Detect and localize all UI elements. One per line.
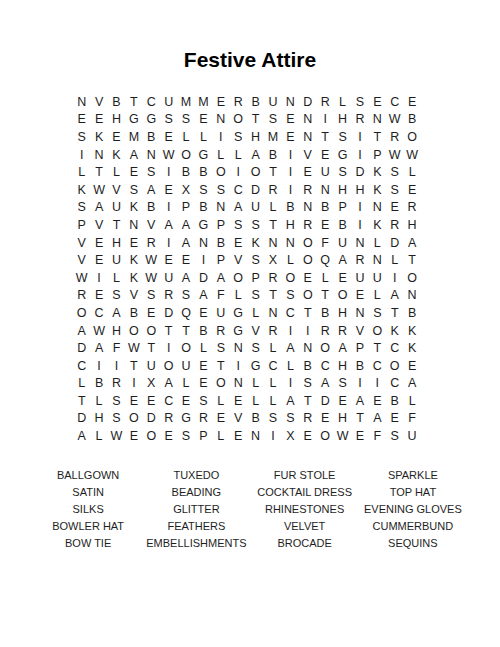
grid-cell: T — [299, 304, 316, 322]
grid-cell: O — [125, 410, 142, 428]
grid-cell: B — [316, 199, 333, 217]
grid-cell: N — [299, 111, 316, 129]
grid-cell: E — [160, 181, 177, 199]
grid-cell: S — [282, 410, 299, 428]
grid-cell: E — [282, 111, 299, 129]
grid-cell: E — [143, 304, 160, 322]
grid-cell: A — [143, 181, 160, 199]
word-list-item: VELVET — [251, 518, 359, 535]
grid-cell: N — [369, 111, 386, 129]
grid-cell: B — [247, 410, 264, 428]
grid-cell: D — [351, 163, 368, 181]
grid-cell: E — [369, 93, 386, 111]
grid-cell: S — [230, 216, 247, 234]
grid-cell: E — [316, 410, 333, 428]
grid-cell: X — [282, 427, 299, 445]
grid-cell: T — [73, 392, 90, 410]
grid-cell: R — [386, 216, 403, 234]
grid-cell: B — [143, 128, 160, 146]
grid-cell: N — [369, 251, 386, 269]
word-list-column: BALLGOWNSATINSILKSBOWLER HATBOW TIE — [34, 467, 142, 552]
grid-cell: H — [334, 357, 351, 375]
grid-cell: N — [264, 234, 281, 252]
grid-cell: P — [212, 216, 229, 234]
grid-cell: R — [160, 287, 177, 305]
grid-cell: B — [247, 93, 264, 111]
grid-cell: B — [334, 216, 351, 234]
grid-cell: M — [195, 93, 212, 111]
grid-cell: S — [264, 111, 281, 129]
grid-cell: I — [316, 111, 333, 129]
grid-cell: K — [403, 339, 420, 357]
grid-cell: U — [143, 357, 160, 375]
grid-cell: R — [299, 181, 316, 199]
grid-cell: D — [316, 392, 333, 410]
word-list-column: FUR STOLECOCKTAIL DRESSRHINESTONESVELVET… — [251, 467, 359, 552]
grid-cell: I — [369, 375, 386, 393]
grid-cell: A — [212, 269, 229, 287]
grid-cell: T — [299, 392, 316, 410]
grid-cell: A — [230, 199, 247, 217]
grid-cell: C — [90, 304, 107, 322]
grid-cell: W — [125, 339, 142, 357]
grid-cell: U — [403, 427, 420, 445]
grid-cell: S — [177, 427, 194, 445]
grid-cell: A — [177, 216, 194, 234]
grid-cell: R — [143, 234, 160, 252]
grid-cell: A — [369, 410, 386, 428]
grid-cell: E — [299, 269, 316, 287]
grid-cell: G — [195, 146, 212, 164]
grid-cell: B — [282, 199, 299, 217]
grid-cell: E — [125, 427, 142, 445]
grid-cell: D — [195, 269, 212, 287]
grid-cell: I — [351, 216, 368, 234]
grid-cell: I — [73, 146, 90, 164]
grid-cell: W — [108, 427, 125, 445]
grid-cell: A — [351, 392, 368, 410]
grid-cell: V — [230, 251, 247, 269]
grid-cell: I — [160, 339, 177, 357]
grid-cell: I — [90, 269, 107, 287]
grid-cell: C — [73, 357, 90, 375]
grid-cell: L — [90, 392, 107, 410]
grid-cell: I — [351, 128, 368, 146]
grid-cell: S — [386, 163, 403, 181]
grid-cell: H — [334, 111, 351, 129]
grid-cell: R — [230, 93, 247, 111]
grid-cell: S — [195, 392, 212, 410]
grid-cell: W — [143, 269, 160, 287]
grid-cell: S — [247, 251, 264, 269]
grid-cell: K — [125, 199, 142, 217]
grid-cell: R — [299, 410, 316, 428]
grid-cell: R — [160, 410, 177, 428]
grid-cell: I — [125, 375, 142, 393]
grid-cell: E — [143, 392, 160, 410]
grid-cell: A — [195, 287, 212, 305]
grid-cell: L — [282, 357, 299, 375]
grid-cell: U — [247, 199, 264, 217]
grid-cell: L — [195, 128, 212, 146]
grid-cell: S — [195, 181, 212, 199]
grid-cell: E — [108, 128, 125, 146]
grid-cell: B — [90, 375, 107, 393]
grid-cell: L — [334, 93, 351, 111]
grid-cell: C — [369, 357, 386, 375]
grid-cell: E — [386, 199, 403, 217]
grid-cell: X — [177, 181, 194, 199]
grid-cell: A — [247, 146, 264, 164]
grid-cell: K — [247, 234, 264, 252]
grid-cell: X — [264, 251, 281, 269]
grid-cell: E — [125, 163, 142, 181]
grid-cell: O — [403, 269, 420, 287]
grid-cell: N — [73, 93, 90, 111]
grid-cell: H — [108, 234, 125, 252]
grid-cell: O — [247, 163, 264, 181]
grid-cell: R — [108, 375, 125, 393]
grid-cell: S — [247, 216, 264, 234]
grid-cell: U — [316, 163, 333, 181]
grid-cell: I — [160, 234, 177, 252]
grid-cell: T — [125, 93, 142, 111]
grid-cell: W — [90, 181, 107, 199]
grid-cell: L — [264, 375, 281, 393]
grid-cell: C — [386, 375, 403, 393]
grid-cell: E — [351, 427, 368, 445]
grid-cell: B — [195, 322, 212, 340]
grid-cell: U — [177, 357, 194, 375]
word-list-item: EMBELLISHMENTS — [142, 535, 250, 552]
grid-cell: X — [143, 375, 160, 393]
grid-cell: R — [195, 410, 212, 428]
grid-cell: A — [160, 216, 177, 234]
grid-cell: B — [299, 357, 316, 375]
grid-cell: S — [247, 339, 264, 357]
grid-cell: E — [334, 269, 351, 287]
grid-cell: E — [160, 251, 177, 269]
word-list-column: SPARKLETOP HATEVENING GLOVESCUMMERBUNDSE… — [359, 467, 467, 552]
grid-cell: E — [195, 375, 212, 393]
grid-cell: S — [369, 304, 386, 322]
grid-cell: H — [282, 216, 299, 234]
grid-cell: B — [108, 93, 125, 111]
grid-cell: I — [282, 181, 299, 199]
grid-cell: C — [386, 339, 403, 357]
word-list-item: SILKS — [34, 501, 142, 518]
grid-cell: R — [299, 216, 316, 234]
grid-cell: P — [369, 146, 386, 164]
grid-cell: E — [334, 392, 351, 410]
grid-cell: B — [177, 163, 194, 181]
grid-cell: E — [177, 251, 194, 269]
grid-cell: E — [230, 234, 247, 252]
grid-cell: T — [403, 251, 420, 269]
grid-cell: W — [90, 322, 107, 340]
grid-cell: E — [386, 410, 403, 428]
grid-cell: A — [282, 392, 299, 410]
grid-cell: T — [125, 357, 142, 375]
grid-cell: I — [282, 146, 299, 164]
grid-cell: P — [73, 216, 90, 234]
grid-cell: E — [316, 146, 333, 164]
grid-cell: L — [369, 287, 386, 305]
grid-cell: K — [90, 128, 107, 146]
word-list-item: FEATHERS — [142, 518, 250, 535]
grid-cell: L — [316, 269, 333, 287]
grid-cell: C — [143, 93, 160, 111]
grid-cell: T — [264, 287, 281, 305]
grid-cell: O — [143, 322, 160, 340]
grid-cell: N — [230, 375, 247, 393]
grid-cell: F — [403, 410, 420, 428]
grid-cell: U — [351, 269, 368, 287]
grid-cell: E — [351, 287, 368, 305]
grid-cell: U — [160, 269, 177, 287]
grid-cell: L — [264, 392, 281, 410]
grid-cell: S — [177, 287, 194, 305]
grid-cell: S — [351, 93, 368, 111]
word-list-item: FUR STOLE — [251, 467, 359, 484]
word-search-page: Festive Attire NVBTCUMMERBUNDRLSECEEEHGG… — [0, 0, 500, 647]
grid-cell: N — [403, 287, 420, 305]
word-list-item: SEQUINS — [359, 535, 467, 552]
grid-cell: E — [160, 128, 177, 146]
grid-cell: I — [386, 269, 403, 287]
grid-cell: R — [316, 322, 333, 340]
grid-cell: I — [299, 322, 316, 340]
grid-cell: H — [334, 181, 351, 199]
grid-cell: D — [143, 410, 160, 428]
grid-cell: K — [369, 181, 386, 199]
grid-cell: U — [108, 199, 125, 217]
grid-cell: C — [386, 93, 403, 111]
grid-cell: H — [90, 410, 107, 428]
grid-cell: G — [177, 410, 194, 428]
word-list-item: BEADING — [142, 484, 250, 501]
grid-cell: K — [369, 216, 386, 234]
grid-cell: L — [90, 427, 107, 445]
grid-cell: S — [73, 199, 90, 217]
grid-cell: N — [351, 234, 368, 252]
grid-cell: L — [108, 269, 125, 287]
grid-cell: S — [143, 163, 160, 181]
word-list-item: BROCADE — [251, 535, 359, 552]
grid-cell: E — [316, 216, 333, 234]
grid-cell: B — [264, 146, 281, 164]
grid-cell: O — [73, 304, 90, 322]
grid-cell: N — [282, 234, 299, 252]
grid-cell: K — [125, 251, 142, 269]
grid-cell: H — [351, 181, 368, 199]
grid-cell: A — [282, 339, 299, 357]
grid-cell: E — [195, 111, 212, 129]
grid-cell: S — [247, 287, 264, 305]
grid-cell: E — [125, 392, 142, 410]
grid-cell: T — [143, 339, 160, 357]
grid-cell: B — [403, 111, 420, 129]
grid-cell: O — [299, 251, 316, 269]
word-list-item: CUMMERBUND — [359, 518, 467, 535]
grid-cell: D — [73, 339, 90, 357]
grid-cell: E — [195, 357, 212, 375]
grid-cell: N — [212, 199, 229, 217]
grid-cell: O — [334, 287, 351, 305]
grid-cell: A — [90, 339, 107, 357]
grid-cell: A — [73, 322, 90, 340]
word-list-item: GLITTER — [142, 501, 250, 518]
grid-cell: U — [369, 269, 386, 287]
grid-cell: N — [282, 93, 299, 111]
grid-cell: U — [212, 304, 229, 322]
grid-cell: F — [108, 339, 125, 357]
grid-cell: E — [90, 287, 107, 305]
word-list-item: SPARKLE — [359, 467, 467, 484]
grid-cell: L — [369, 234, 386, 252]
grid-cell: E — [177, 392, 194, 410]
grid-cell: N — [212, 111, 229, 129]
grid-cell: H — [247, 128, 264, 146]
grid-cell: N — [316, 181, 333, 199]
grid-cell: K — [403, 322, 420, 340]
grid-cell: I — [108, 357, 125, 375]
grid-cell: H — [403, 216, 420, 234]
grid-cell: E — [299, 163, 316, 181]
grid-cell: E — [403, 93, 420, 111]
grid-cell: U — [108, 251, 125, 269]
grid-cell: R — [351, 111, 368, 129]
grid-cell: L — [230, 146, 247, 164]
grid-cell: T — [369, 128, 386, 146]
grid-cell: L — [247, 392, 264, 410]
grid-cell: T — [264, 163, 281, 181]
grid-cell: R — [334, 322, 351, 340]
grid-cell: E — [212, 410, 229, 428]
grid-cell: K — [125, 269, 142, 287]
grid-cell: N — [299, 339, 316, 357]
grid-cell: H — [108, 322, 125, 340]
grid-cell: S — [160, 111, 177, 129]
grid-cell: L — [403, 163, 420, 181]
grid-cell: M — [264, 128, 281, 146]
word-list-item: TUXEDO — [142, 467, 250, 484]
grid-cell: R — [212, 322, 229, 340]
grid-cell: L — [212, 392, 229, 410]
grid-cell: I — [264, 427, 281, 445]
grid-cell: N — [125, 216, 142, 234]
grid-cell: N — [369, 199, 386, 217]
grid-cell: S — [73, 128, 90, 146]
grid-cell: O — [212, 163, 229, 181]
grid-cell: G — [143, 111, 160, 129]
word-list-item: BOWLER HAT — [34, 518, 142, 535]
grid-cell: A — [403, 234, 420, 252]
grid-cell: G — [195, 216, 212, 234]
grid-cell: A — [177, 269, 194, 287]
grid-cell: G — [247, 357, 264, 375]
grid-cell: T — [212, 357, 229, 375]
grid-cell: T — [316, 128, 333, 146]
grid-cell: B — [351, 357, 368, 375]
grid-cell: E — [73, 111, 90, 129]
grid-cell: S — [334, 128, 351, 146]
word-list-item: RHINESTONES — [251, 501, 359, 518]
grid-cell: N — [247, 427, 264, 445]
grid-cell: S — [386, 427, 403, 445]
grid-cell: E — [90, 251, 107, 269]
grid-cell: A — [316, 375, 333, 393]
grid-cell: N — [351, 304, 368, 322]
word-list-column: TUXEDOBEADINGGLITTERFEATHERSEMBELLISHMEN… — [142, 467, 250, 552]
word-list: BALLGOWNSATINSILKSBOWLER HATBOW TIETUXED… — [34, 467, 467, 552]
grid-cell: I — [351, 199, 368, 217]
grid-cell: N — [230, 339, 247, 357]
grid-cell: H — [334, 304, 351, 322]
grid-cell: M — [177, 93, 194, 111]
word-list-item: BALLGOWN — [34, 467, 142, 484]
grid-cell: T — [160, 322, 177, 340]
grid-cell: G — [334, 146, 351, 164]
grid-cell: A — [177, 234, 194, 252]
grid-cell: R — [403, 199, 420, 217]
grid-cell: O — [177, 146, 194, 164]
grid-cell: T — [369, 339, 386, 357]
grid-cell: E — [403, 181, 420, 199]
grid-cell: L — [247, 375, 264, 393]
grid-cell: V — [143, 216, 160, 234]
grid-cell: L — [230, 287, 247, 305]
grid-cell: L — [212, 146, 229, 164]
grid-cell: S — [264, 410, 281, 428]
grid-cell: O — [212, 375, 229, 393]
grid-cell: C — [264, 357, 281, 375]
word-list-item: TOP HAT — [359, 484, 467, 501]
grid-cell: E — [403, 357, 420, 375]
grid-cell: U — [264, 93, 281, 111]
grid-cell: I — [282, 322, 299, 340]
grid-cell: C — [160, 392, 177, 410]
grid-cell: E — [125, 234, 142, 252]
word-list-item: EVENING GLOVES — [359, 501, 467, 518]
grid-cell: S — [108, 392, 125, 410]
grid-cell: C — [230, 181, 247, 199]
grid-cell: W — [73, 269, 90, 287]
grid-cell: I — [351, 146, 368, 164]
grid-cell: B — [125, 304, 142, 322]
grid-cell: T — [316, 287, 333, 305]
grid-cell: S — [108, 287, 125, 305]
grid-cell: H — [334, 410, 351, 428]
grid-cell: L — [386, 251, 403, 269]
grid-cell: L — [73, 163, 90, 181]
grid-cell: S — [230, 128, 247, 146]
grid-cell: A — [125, 146, 142, 164]
grid-cell: O — [125, 322, 142, 340]
grid-cell: O — [403, 128, 420, 146]
grid-cell: P — [351, 339, 368, 357]
grid-cell: K — [386, 322, 403, 340]
grid-cell: N — [299, 128, 316, 146]
word-list-item: COCKTAIL DRESS — [251, 484, 359, 501]
grid-cell: O — [369, 322, 386, 340]
grid-cell: V — [90, 93, 107, 111]
grid-cell: S — [177, 111, 194, 129]
grid-cell: G — [230, 322, 247, 340]
grid-cell: Q — [177, 304, 194, 322]
grid-cell: S — [212, 339, 229, 357]
grid-cell: L — [177, 375, 194, 393]
